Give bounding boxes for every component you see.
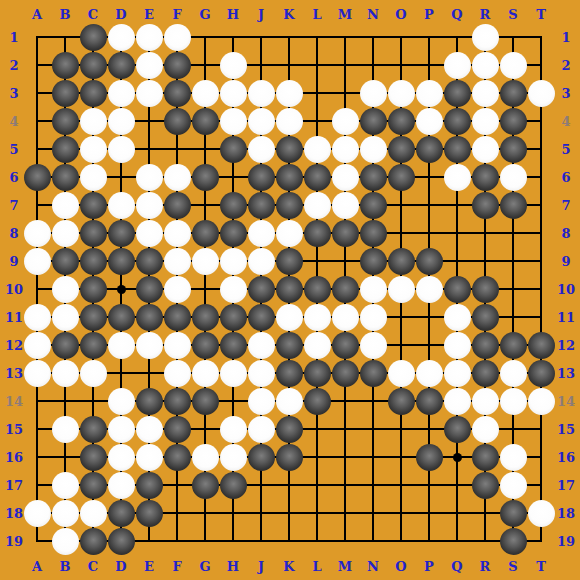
point-C17[interactable]	[79, 471, 107, 499]
point-H16[interactable]	[219, 443, 247, 471]
point-L1[interactable]	[303, 23, 331, 51]
point-P19[interactable]	[415, 527, 443, 555]
point-S17[interactable]	[499, 471, 527, 499]
point-C16[interactable]	[79, 443, 107, 471]
point-E4[interactable]	[135, 107, 163, 135]
point-L3[interactable]	[303, 79, 331, 107]
point-R13[interactable]	[471, 359, 499, 387]
point-H13[interactable]	[219, 359, 247, 387]
point-T6[interactable]	[527, 163, 555, 191]
point-O7[interactable]	[387, 191, 415, 219]
point-J6[interactable]	[247, 163, 275, 191]
point-Q15[interactable]	[443, 415, 471, 443]
point-F1[interactable]	[163, 23, 191, 51]
point-Q11[interactable]	[443, 303, 471, 331]
point-L11[interactable]	[303, 303, 331, 331]
point-M16[interactable]	[331, 443, 359, 471]
point-J17[interactable]	[247, 471, 275, 499]
point-F2[interactable]	[163, 51, 191, 79]
point-N6[interactable]	[359, 163, 387, 191]
point-L14[interactable]	[303, 387, 331, 415]
point-C9[interactable]	[79, 247, 107, 275]
point-R1[interactable]	[471, 23, 499, 51]
point-S16[interactable]	[499, 443, 527, 471]
point-M10[interactable]	[331, 275, 359, 303]
point-S10[interactable]	[499, 275, 527, 303]
point-G13[interactable]	[191, 359, 219, 387]
point-J18[interactable]	[247, 499, 275, 527]
point-P15[interactable]	[415, 415, 443, 443]
point-Q8[interactable]	[443, 219, 471, 247]
point-J14[interactable]	[247, 387, 275, 415]
point-K13[interactable]	[275, 359, 303, 387]
point-C8[interactable]	[79, 219, 107, 247]
point-L13[interactable]	[303, 359, 331, 387]
point-F11[interactable]	[163, 303, 191, 331]
point-C3[interactable]	[79, 79, 107, 107]
point-M15[interactable]	[331, 415, 359, 443]
point-N2[interactable]	[359, 51, 387, 79]
point-M14[interactable]	[331, 387, 359, 415]
point-S14[interactable]	[499, 387, 527, 415]
point-F10[interactable]	[163, 275, 191, 303]
point-H1[interactable]	[219, 23, 247, 51]
point-R6[interactable]	[471, 163, 499, 191]
point-H14[interactable]	[219, 387, 247, 415]
point-P11[interactable]	[415, 303, 443, 331]
point-K17[interactable]	[275, 471, 303, 499]
point-C6[interactable]	[79, 163, 107, 191]
point-R14[interactable]	[471, 387, 499, 415]
point-T7[interactable]	[527, 191, 555, 219]
point-K16[interactable]	[275, 443, 303, 471]
point-E6[interactable]	[135, 163, 163, 191]
point-R12[interactable]	[471, 331, 499, 359]
point-A18[interactable]	[23, 499, 51, 527]
point-Q5[interactable]	[443, 135, 471, 163]
point-K4[interactable]	[275, 107, 303, 135]
point-P5[interactable]	[415, 135, 443, 163]
point-J9[interactable]	[247, 247, 275, 275]
point-E9[interactable]	[135, 247, 163, 275]
point-Q10[interactable]	[443, 275, 471, 303]
point-J16[interactable]	[247, 443, 275, 471]
point-H12[interactable]	[219, 331, 247, 359]
point-F5[interactable]	[163, 135, 191, 163]
point-A19[interactable]	[23, 527, 51, 555]
point-B7[interactable]	[51, 191, 79, 219]
point-D2[interactable]	[107, 51, 135, 79]
point-S12[interactable]	[499, 331, 527, 359]
point-N9[interactable]	[359, 247, 387, 275]
point-C2[interactable]	[79, 51, 107, 79]
point-M9[interactable]	[331, 247, 359, 275]
point-E12[interactable]	[135, 331, 163, 359]
point-T17[interactable]	[527, 471, 555, 499]
point-G7[interactable]	[191, 191, 219, 219]
point-N3[interactable]	[359, 79, 387, 107]
point-J10[interactable]	[247, 275, 275, 303]
point-R15[interactable]	[471, 415, 499, 443]
point-Q9[interactable]	[443, 247, 471, 275]
point-N19[interactable]	[359, 527, 387, 555]
point-G2[interactable]	[191, 51, 219, 79]
point-B8[interactable]	[51, 219, 79, 247]
point-G4[interactable]	[191, 107, 219, 135]
point-N5[interactable]	[359, 135, 387, 163]
point-H5[interactable]	[219, 135, 247, 163]
point-A7[interactable]	[23, 191, 51, 219]
point-T8[interactable]	[527, 219, 555, 247]
point-T13[interactable]	[527, 359, 555, 387]
point-B16[interactable]	[51, 443, 79, 471]
point-K11[interactable]	[275, 303, 303, 331]
point-B12[interactable]	[51, 331, 79, 359]
point-K3[interactable]	[275, 79, 303, 107]
point-P12[interactable]	[415, 331, 443, 359]
point-Q3[interactable]	[443, 79, 471, 107]
point-L16[interactable]	[303, 443, 331, 471]
point-N8[interactable]	[359, 219, 387, 247]
point-B9[interactable]	[51, 247, 79, 275]
point-G12[interactable]	[191, 331, 219, 359]
point-Q6[interactable]	[443, 163, 471, 191]
point-J8[interactable]	[247, 219, 275, 247]
point-K7[interactable]	[275, 191, 303, 219]
point-B11[interactable]	[51, 303, 79, 331]
point-J12[interactable]	[247, 331, 275, 359]
point-J7[interactable]	[247, 191, 275, 219]
point-F14[interactable]	[163, 387, 191, 415]
point-T16[interactable]	[527, 443, 555, 471]
point-G6[interactable]	[191, 163, 219, 191]
point-O3[interactable]	[387, 79, 415, 107]
point-O8[interactable]	[387, 219, 415, 247]
point-O19[interactable]	[387, 527, 415, 555]
point-H7[interactable]	[219, 191, 247, 219]
point-E3[interactable]	[135, 79, 163, 107]
point-L12[interactable]	[303, 331, 331, 359]
point-B6[interactable]	[51, 163, 79, 191]
point-D18[interactable]	[107, 499, 135, 527]
point-E2[interactable]	[135, 51, 163, 79]
point-C15[interactable]	[79, 415, 107, 443]
point-K19[interactable]	[275, 527, 303, 555]
point-E13[interactable]	[135, 359, 163, 387]
point-N13[interactable]	[359, 359, 387, 387]
point-G15[interactable]	[191, 415, 219, 443]
point-O13[interactable]	[387, 359, 415, 387]
point-H18[interactable]	[219, 499, 247, 527]
point-R11[interactable]	[471, 303, 499, 331]
point-L6[interactable]	[303, 163, 331, 191]
point-L15[interactable]	[303, 415, 331, 443]
point-L9[interactable]	[303, 247, 331, 275]
point-K8[interactable]	[275, 219, 303, 247]
point-D16[interactable]	[107, 443, 135, 471]
point-N17[interactable]	[359, 471, 387, 499]
point-A10[interactable]	[23, 275, 51, 303]
point-R18[interactable]	[471, 499, 499, 527]
point-O9[interactable]	[387, 247, 415, 275]
point-H3[interactable]	[219, 79, 247, 107]
point-F16[interactable]	[163, 443, 191, 471]
point-J11[interactable]	[247, 303, 275, 331]
point-Q7[interactable]	[443, 191, 471, 219]
point-G18[interactable]	[191, 499, 219, 527]
point-G17[interactable]	[191, 471, 219, 499]
point-R7[interactable]	[471, 191, 499, 219]
point-B17[interactable]	[51, 471, 79, 499]
point-E14[interactable]	[135, 387, 163, 415]
point-B1[interactable]	[51, 23, 79, 51]
point-D6[interactable]	[107, 163, 135, 191]
point-N14[interactable]	[359, 387, 387, 415]
point-M12[interactable]	[331, 331, 359, 359]
point-O5[interactable]	[387, 135, 415, 163]
point-G3[interactable]	[191, 79, 219, 107]
point-L4[interactable]	[303, 107, 331, 135]
point-A13[interactable]	[23, 359, 51, 387]
point-O18[interactable]	[387, 499, 415, 527]
point-A6[interactable]	[23, 163, 51, 191]
point-S8[interactable]	[499, 219, 527, 247]
point-S18[interactable]	[499, 499, 527, 527]
point-P13[interactable]	[415, 359, 443, 387]
point-A16[interactable]	[23, 443, 51, 471]
point-P18[interactable]	[415, 499, 443, 527]
point-L5[interactable]	[303, 135, 331, 163]
point-S3[interactable]	[499, 79, 527, 107]
point-Q18[interactable]	[443, 499, 471, 527]
point-O2[interactable]	[387, 51, 415, 79]
point-K5[interactable]	[275, 135, 303, 163]
point-T15[interactable]	[527, 415, 555, 443]
point-F8[interactable]	[163, 219, 191, 247]
point-F6[interactable]	[163, 163, 191, 191]
point-K2[interactable]	[275, 51, 303, 79]
point-T4[interactable]	[527, 107, 555, 135]
point-C14[interactable]	[79, 387, 107, 415]
point-M1[interactable]	[331, 23, 359, 51]
point-S7[interactable]	[499, 191, 527, 219]
point-H9[interactable]	[219, 247, 247, 275]
point-K10[interactable]	[275, 275, 303, 303]
point-H2[interactable]	[219, 51, 247, 79]
point-E15[interactable]	[135, 415, 163, 443]
point-R17[interactable]	[471, 471, 499, 499]
point-M8[interactable]	[331, 219, 359, 247]
point-T5[interactable]	[527, 135, 555, 163]
point-A4[interactable]	[23, 107, 51, 135]
point-R9[interactable]	[471, 247, 499, 275]
point-O10[interactable]	[387, 275, 415, 303]
point-S15[interactable]	[499, 415, 527, 443]
point-P7[interactable]	[415, 191, 443, 219]
point-A2[interactable]	[23, 51, 51, 79]
point-E17[interactable]	[135, 471, 163, 499]
point-C4[interactable]	[79, 107, 107, 135]
point-S5[interactable]	[499, 135, 527, 163]
point-O1[interactable]	[387, 23, 415, 51]
point-S13[interactable]	[499, 359, 527, 387]
point-C7[interactable]	[79, 191, 107, 219]
point-A12[interactable]	[23, 331, 51, 359]
point-J3[interactable]	[247, 79, 275, 107]
point-B5[interactable]	[51, 135, 79, 163]
point-J1[interactable]	[247, 23, 275, 51]
point-A14[interactable]	[23, 387, 51, 415]
point-G14[interactable]	[191, 387, 219, 415]
point-C13[interactable]	[79, 359, 107, 387]
point-J5[interactable]	[247, 135, 275, 163]
point-P10[interactable]	[415, 275, 443, 303]
point-B10[interactable]	[51, 275, 79, 303]
point-H8[interactable]	[219, 219, 247, 247]
point-Q16[interactable]	[443, 443, 471, 471]
point-Q2[interactable]	[443, 51, 471, 79]
point-P14[interactable]	[415, 387, 443, 415]
point-O14[interactable]	[387, 387, 415, 415]
point-F18[interactable]	[163, 499, 191, 527]
point-H10[interactable]	[219, 275, 247, 303]
point-B19[interactable]	[51, 527, 79, 555]
point-T9[interactable]	[527, 247, 555, 275]
point-E16[interactable]	[135, 443, 163, 471]
point-R4[interactable]	[471, 107, 499, 135]
point-C12[interactable]	[79, 331, 107, 359]
point-E7[interactable]	[135, 191, 163, 219]
point-S6[interactable]	[499, 163, 527, 191]
point-R10[interactable]	[471, 275, 499, 303]
point-Q4[interactable]	[443, 107, 471, 135]
point-D4[interactable]	[107, 107, 135, 135]
point-D1[interactable]	[107, 23, 135, 51]
point-G9[interactable]	[191, 247, 219, 275]
point-M18[interactable]	[331, 499, 359, 527]
point-J13[interactable]	[247, 359, 275, 387]
point-G8[interactable]	[191, 219, 219, 247]
point-O15[interactable]	[387, 415, 415, 443]
point-S2[interactable]	[499, 51, 527, 79]
point-D13[interactable]	[107, 359, 135, 387]
point-E5[interactable]	[135, 135, 163, 163]
point-F17[interactable]	[163, 471, 191, 499]
point-D19[interactable]	[107, 527, 135, 555]
point-A5[interactable]	[23, 135, 51, 163]
point-R5[interactable]	[471, 135, 499, 163]
point-D10[interactable]	[107, 275, 135, 303]
point-Q19[interactable]	[443, 527, 471, 555]
point-A8[interactable]	[23, 219, 51, 247]
point-M19[interactable]	[331, 527, 359, 555]
point-N11[interactable]	[359, 303, 387, 331]
point-P6[interactable]	[415, 163, 443, 191]
point-S19[interactable]	[499, 527, 527, 555]
point-M13[interactable]	[331, 359, 359, 387]
point-L10[interactable]	[303, 275, 331, 303]
point-O16[interactable]	[387, 443, 415, 471]
point-C10[interactable]	[79, 275, 107, 303]
point-F19[interactable]	[163, 527, 191, 555]
point-E1[interactable]	[135, 23, 163, 51]
point-E19[interactable]	[135, 527, 163, 555]
point-F13[interactable]	[163, 359, 191, 387]
point-G11[interactable]	[191, 303, 219, 331]
point-P3[interactable]	[415, 79, 443, 107]
point-T1[interactable]	[527, 23, 555, 51]
point-N4[interactable]	[359, 107, 387, 135]
point-Q1[interactable]	[443, 23, 471, 51]
point-D7[interactable]	[107, 191, 135, 219]
point-T10[interactable]	[527, 275, 555, 303]
point-F9[interactable]	[163, 247, 191, 275]
point-B4[interactable]	[51, 107, 79, 135]
point-N18[interactable]	[359, 499, 387, 527]
point-G19[interactable]	[191, 527, 219, 555]
point-R16[interactable]	[471, 443, 499, 471]
point-C1[interactable]	[79, 23, 107, 51]
point-P9[interactable]	[415, 247, 443, 275]
point-L8[interactable]	[303, 219, 331, 247]
point-L19[interactable]	[303, 527, 331, 555]
point-O11[interactable]	[387, 303, 415, 331]
point-N7[interactable]	[359, 191, 387, 219]
point-T18[interactable]	[527, 499, 555, 527]
point-T2[interactable]	[527, 51, 555, 79]
point-L7[interactable]	[303, 191, 331, 219]
point-M3[interactable]	[331, 79, 359, 107]
point-N10[interactable]	[359, 275, 387, 303]
point-K9[interactable]	[275, 247, 303, 275]
point-J15[interactable]	[247, 415, 275, 443]
point-R3[interactable]	[471, 79, 499, 107]
point-O4[interactable]	[387, 107, 415, 135]
point-D17[interactable]	[107, 471, 135, 499]
point-D14[interactable]	[107, 387, 135, 415]
point-G16[interactable]	[191, 443, 219, 471]
point-L2[interactable]	[303, 51, 331, 79]
point-N15[interactable]	[359, 415, 387, 443]
point-T3[interactable]	[527, 79, 555, 107]
point-A17[interactable]	[23, 471, 51, 499]
point-O12[interactable]	[387, 331, 415, 359]
point-C18[interactable]	[79, 499, 107, 527]
point-S9[interactable]	[499, 247, 527, 275]
point-B18[interactable]	[51, 499, 79, 527]
point-M2[interactable]	[331, 51, 359, 79]
point-J4[interactable]	[247, 107, 275, 135]
point-F3[interactable]	[163, 79, 191, 107]
point-G1[interactable]	[191, 23, 219, 51]
point-E8[interactable]	[135, 219, 163, 247]
point-B3[interactable]	[51, 79, 79, 107]
point-A15[interactable]	[23, 415, 51, 443]
point-F7[interactable]	[163, 191, 191, 219]
point-M4[interactable]	[331, 107, 359, 135]
point-D9[interactable]	[107, 247, 135, 275]
point-H11[interactable]	[219, 303, 247, 331]
point-R19[interactable]	[471, 527, 499, 555]
point-D15[interactable]	[107, 415, 135, 443]
point-P8[interactable]	[415, 219, 443, 247]
point-H17[interactable]	[219, 471, 247, 499]
point-M6[interactable]	[331, 163, 359, 191]
point-F15[interactable]	[163, 415, 191, 443]
point-L17[interactable]	[303, 471, 331, 499]
point-G5[interactable]	[191, 135, 219, 163]
point-D5[interactable]	[107, 135, 135, 163]
